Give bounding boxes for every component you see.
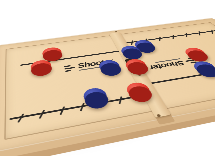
score-tick xyxy=(80,103,85,111)
score-tick xyxy=(131,40,134,45)
right-half-line xyxy=(148,66,215,84)
score-tick xyxy=(60,106,66,115)
score-tick xyxy=(39,110,45,119)
score-tick xyxy=(199,31,201,35)
product-photo-scene: Shooter Shooter xyxy=(0,0,215,156)
score-tick xyxy=(99,100,103,108)
puck-blue[interactable] xyxy=(82,87,110,106)
puck-red[interactable] xyxy=(42,46,63,59)
score-tick xyxy=(186,33,187,37)
score-tick xyxy=(119,96,123,104)
score-tick xyxy=(173,35,175,39)
puck-blue[interactable] xyxy=(190,60,215,75)
score-tick xyxy=(17,114,24,123)
gate-screw xyxy=(138,74,141,76)
sling-puck-board: Shooter Shooter xyxy=(0,18,215,153)
perspective-stage: Shooter Shooter xyxy=(0,0,215,156)
